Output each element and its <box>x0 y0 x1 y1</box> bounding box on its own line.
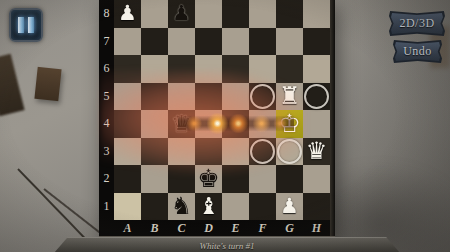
status-bar: White's turn #1 <box>54 237 400 252</box>
square-d4[interactable] <box>195 110 222 138</box>
turn-status-text: White's turn #1 <box>200 241 255 251</box>
file-label-c: C <box>168 220 195 236</box>
square-c2[interactable] <box>168 165 195 193</box>
square-e2[interactable] <box>222 165 249 193</box>
square-g6[interactable] <box>276 55 303 83</box>
square-h4[interactable] <box>303 110 330 138</box>
square-d3[interactable] <box>195 138 222 166</box>
rank-label-1: 1 <box>99 193 114 221</box>
square-f7[interactable] <box>249 28 276 56</box>
square-e1[interactable] <box>222 193 249 221</box>
square-d5[interactable] <box>195 83 222 111</box>
file-label-g: G <box>276 220 303 236</box>
square-b5[interactable] <box>141 83 168 111</box>
piece-white-bishop-d1[interactable]: ♝ <box>195 193 222 221</box>
square-g8[interactable] <box>276 0 303 28</box>
background-crate <box>34 67 61 101</box>
piece-black-pawn-c8[interactable]: ♟ <box>168 0 195 28</box>
rank-labels: 87654321 <box>99 0 114 236</box>
square-b7[interactable] <box>141 28 168 56</box>
square-b1[interactable] <box>141 193 168 221</box>
square-e5[interactable] <box>222 83 249 111</box>
square-a1[interactable] <box>114 193 141 221</box>
piece-white-rook-g5[interactable]: ♜ <box>276 83 303 111</box>
square-e7[interactable] <box>222 28 249 56</box>
square-e6[interactable] <box>222 55 249 83</box>
background-smoke <box>330 0 450 252</box>
square-h1[interactable] <box>303 193 330 221</box>
file-label-e: E <box>222 220 249 236</box>
undo-button[interactable]: Undo <box>393 40 442 63</box>
square-b3[interactable] <box>141 138 168 166</box>
square-a2[interactable] <box>114 165 141 193</box>
square-h2[interactable] <box>303 165 330 193</box>
file-label-h: H <box>303 220 330 236</box>
piece-white-queen-h3[interactable]: ♛ <box>303 138 330 166</box>
move-indicator-h5[interactable] <box>304 84 329 109</box>
rank-label-4: 4 <box>99 110 114 138</box>
piece-white-pawn-a8[interactable]: ♟ <box>114 0 141 28</box>
piece-white-pawn-g1[interactable]: ♟ <box>276 193 303 221</box>
undo-label: Undo <box>403 44 432 59</box>
square-d8[interactable] <box>195 0 222 28</box>
file-label-a: A <box>114 220 141 236</box>
square-b6[interactable] <box>141 55 168 83</box>
piece-black-queen-c4[interactable]: ♛ <box>168 110 195 138</box>
square-h6[interactable] <box>303 55 330 83</box>
square-a4[interactable] <box>114 110 141 138</box>
piece-black-knight-c1[interactable]: ♞ <box>168 193 195 221</box>
square-a3[interactable] <box>114 138 141 166</box>
piece-white-king-g4[interactable]: ♔ <box>276 110 303 138</box>
square-c7[interactable] <box>168 28 195 56</box>
background-debris <box>0 54 25 117</box>
rank-label-2: 2 <box>99 165 114 193</box>
file-label-d: D <box>195 220 222 236</box>
pause-icon <box>18 17 24 33</box>
square-a7[interactable] <box>114 28 141 56</box>
rank-label-7: 7 <box>99 28 114 56</box>
file-labels: ABCDEFGH <box>114 220 330 236</box>
toggle-2d3d-button[interactable]: 2D/3D <box>389 11 445 36</box>
square-f1[interactable] <box>249 193 276 221</box>
square-d7[interactable] <box>195 28 222 56</box>
square-g2[interactable] <box>276 165 303 193</box>
toggle-2d3d-label: 2D/3D <box>399 16 434 31</box>
square-g7[interactable] <box>276 28 303 56</box>
move-indicator-f3[interactable] <box>250 139 275 164</box>
square-e8[interactable] <box>222 0 249 28</box>
game-screen: 87654321 ABCDEFGH ♟♟♜♛♔♛♚♞♝♟ 2D/3D Undo … <box>0 0 450 252</box>
square-e4[interactable] <box>222 110 249 138</box>
square-e3[interactable] <box>222 138 249 166</box>
board-frame-right <box>330 0 335 236</box>
board-frame-corner <box>99 220 114 236</box>
background-spear <box>17 168 95 249</box>
square-f6[interactable] <box>249 55 276 83</box>
square-f2[interactable] <box>249 165 276 193</box>
rank-label-3: 3 <box>99 138 114 166</box>
piece-black-king-d2[interactable]: ♚ <box>195 165 222 193</box>
move-indicator-f5[interactable] <box>250 84 275 109</box>
square-b4[interactable] <box>141 110 168 138</box>
rank-label-8: 8 <box>99 0 114 28</box>
chess-board: 87654321 ABCDEFGH ♟♟♜♛♔♛♚♞♝♟ <box>99 0 335 240</box>
square-h8[interactable] <box>303 0 330 28</box>
square-c6[interactable] <box>168 55 195 83</box>
square-d6[interactable] <box>195 55 222 83</box>
move-indicator-g3[interactable] <box>277 139 302 164</box>
square-a5[interactable] <box>114 83 141 111</box>
rank-label-5: 5 <box>99 83 114 111</box>
square-f8[interactable] <box>249 0 276 28</box>
file-label-f: F <box>249 220 276 236</box>
square-c5[interactable] <box>168 83 195 111</box>
rank-label-6: 6 <box>99 55 114 83</box>
pause-icon <box>28 17 34 33</box>
square-f4[interactable] <box>249 110 276 138</box>
pause-button[interactable] <box>9 8 43 42</box>
square-c3[interactable] <box>168 138 195 166</box>
square-b2[interactable] <box>141 165 168 193</box>
square-h7[interactable] <box>303 28 330 56</box>
square-a6[interactable] <box>114 55 141 83</box>
file-label-b: B <box>141 220 168 236</box>
square-b8[interactable] <box>141 0 168 28</box>
